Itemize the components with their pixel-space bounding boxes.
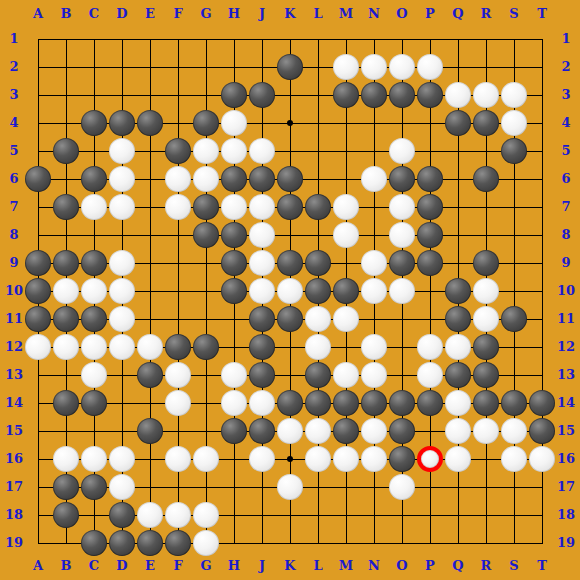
row-label-left: 9 [5, 255, 23, 271]
stone-white-E12 [137, 334, 163, 360]
stone-black-H3 [221, 82, 247, 108]
stone-white-M2 [333, 54, 359, 80]
stone-white-P16-last-move-marker [417, 446, 443, 472]
stone-black-G7 [193, 194, 219, 220]
row-label-left: 5 [5, 143, 23, 159]
row-label-right: 16 [557, 451, 575, 467]
stone-white-J5 [249, 138, 275, 164]
goban[interactable] [24, 25, 556, 557]
column-label-top: Q [449, 6, 467, 22]
stone-black-L7 [305, 194, 331, 220]
stone-black-M3 [333, 82, 359, 108]
stone-black-B14 [53, 390, 79, 416]
row-label-right: 19 [557, 535, 575, 551]
stone-white-H13 [221, 362, 247, 388]
stone-white-F7 [165, 194, 191, 220]
row-label-left: 8 [5, 227, 23, 243]
stone-white-H4 [221, 110, 247, 136]
stone-black-L10 [305, 278, 331, 304]
stone-black-K9 [277, 250, 303, 276]
stone-black-Q11 [445, 306, 471, 332]
row-label-right: 8 [557, 227, 575, 243]
column-label-bottom: S [505, 558, 523, 574]
stone-white-J7 [249, 194, 275, 220]
stone-white-G5 [193, 138, 219, 164]
column-label-top: C [85, 6, 103, 22]
stone-black-R6 [473, 166, 499, 192]
stone-white-D12 [109, 334, 135, 360]
column-label-bottom: B [57, 558, 75, 574]
row-label-right: 2 [557, 59, 575, 75]
go-board-screenshot: ABCDEFGHJKLMNOPQRST ABCDEFGHJKLMNOPQRST … [0, 0, 580, 580]
stone-black-N3 [361, 82, 387, 108]
stone-black-P8 [417, 222, 443, 248]
stone-black-M15 [333, 418, 359, 444]
column-label-top: G [197, 6, 215, 22]
stone-white-R11 [473, 306, 499, 332]
row-label-left: 12 [5, 339, 23, 355]
stone-black-K11 [277, 306, 303, 332]
stone-white-D7 [109, 194, 135, 220]
stone-black-C4 [81, 110, 107, 136]
stone-white-N2 [361, 54, 387, 80]
stone-black-H8 [221, 222, 247, 248]
column-label-bottom: T [533, 558, 551, 574]
column-label-top: D [113, 6, 131, 22]
column-label-top: N [365, 6, 383, 22]
stone-white-D16 [109, 446, 135, 472]
stone-white-M16 [333, 446, 359, 472]
stone-black-D4 [109, 110, 135, 136]
column-label-top: F [169, 6, 187, 22]
row-label-right: 13 [557, 367, 575, 383]
row-label-right: 17 [557, 479, 575, 495]
stone-white-H14 [221, 390, 247, 416]
stone-black-O15 [389, 418, 415, 444]
stone-black-E19 [137, 530, 163, 556]
stone-white-P2 [417, 54, 443, 80]
column-label-top: A [29, 6, 47, 22]
stone-black-C19 [81, 530, 107, 556]
stone-white-K15 [277, 418, 303, 444]
column-label-top: S [505, 6, 523, 22]
stone-white-F14 [165, 390, 191, 416]
stone-white-G19 [193, 530, 219, 556]
row-label-left: 15 [5, 423, 23, 439]
stone-black-P7 [417, 194, 443, 220]
stone-white-N16 [361, 446, 387, 472]
stone-white-N15 [361, 418, 387, 444]
stone-black-K7 [277, 194, 303, 220]
stone-black-G4 [193, 110, 219, 136]
row-label-left: 18 [5, 507, 23, 523]
stone-white-N6 [361, 166, 387, 192]
stone-black-R9 [473, 250, 499, 276]
stone-black-C9 [81, 250, 107, 276]
stone-black-L9 [305, 250, 331, 276]
stone-white-M7 [333, 194, 359, 220]
stone-white-O5 [389, 138, 415, 164]
stone-white-N13 [361, 362, 387, 388]
column-label-bottom: C [85, 558, 103, 574]
stone-black-O6 [389, 166, 415, 192]
stone-black-C14 [81, 390, 107, 416]
column-label-bottom: O [393, 558, 411, 574]
stone-black-A9 [25, 250, 51, 276]
stone-white-B10 [53, 278, 79, 304]
stone-black-J3 [249, 82, 275, 108]
stone-white-C12 [81, 334, 107, 360]
row-label-left: 11 [5, 311, 23, 327]
stone-black-M10 [333, 278, 359, 304]
stone-black-F12 [165, 334, 191, 360]
stone-black-E15 [137, 418, 163, 444]
stone-white-O10 [389, 278, 415, 304]
stone-black-L14 [305, 390, 331, 416]
row-label-right: 14 [557, 395, 575, 411]
stone-white-S3 [501, 82, 527, 108]
stone-black-B18 [53, 502, 79, 528]
stone-black-P3 [417, 82, 443, 108]
stone-black-B17 [53, 474, 79, 500]
row-label-right: 15 [557, 423, 575, 439]
stone-black-K14 [277, 390, 303, 416]
column-label-top: T [533, 6, 551, 22]
stone-white-J8 [249, 222, 275, 248]
row-label-right: 5 [557, 143, 575, 159]
column-label-bottom: A [29, 558, 47, 574]
stone-white-L16 [305, 446, 331, 472]
stone-black-H10 [221, 278, 247, 304]
stone-white-G6 [193, 166, 219, 192]
row-label-right: 12 [557, 339, 575, 355]
stone-black-A11 [25, 306, 51, 332]
stone-black-B9 [53, 250, 79, 276]
column-label-bottom: G [197, 558, 215, 574]
stone-black-J11 [249, 306, 275, 332]
stone-white-N9 [361, 250, 387, 276]
column-label-bottom: P [421, 558, 439, 574]
row-label-left: 7 [5, 199, 23, 215]
column-label-bottom: M [337, 558, 355, 574]
stone-white-K17 [277, 474, 303, 500]
stone-white-B12 [53, 334, 79, 360]
stone-black-H15 [221, 418, 247, 444]
stone-black-O14 [389, 390, 415, 416]
stone-white-Q15 [445, 418, 471, 444]
stone-black-H9 [221, 250, 247, 276]
row-label-right: 7 [557, 199, 575, 215]
stone-white-R10 [473, 278, 499, 304]
stone-black-O9 [389, 250, 415, 276]
stone-black-G12 [193, 334, 219, 360]
stone-white-Q12 [445, 334, 471, 360]
stone-white-B16 [53, 446, 79, 472]
stone-black-J6 [249, 166, 275, 192]
stone-white-K10 [277, 278, 303, 304]
column-label-top: B [57, 6, 75, 22]
stone-white-H7 [221, 194, 247, 220]
stone-black-D18 [109, 502, 135, 528]
column-label-top: L [309, 6, 327, 22]
stone-white-S16 [501, 446, 527, 472]
stone-black-L13 [305, 362, 331, 388]
stone-white-T16 [529, 446, 555, 472]
star-point [287, 456, 293, 462]
column-label-top: O [393, 6, 411, 22]
stone-black-N14 [361, 390, 387, 416]
stone-black-K6 [277, 166, 303, 192]
stone-black-R14 [473, 390, 499, 416]
star-point [287, 120, 293, 126]
stone-white-F13 [165, 362, 191, 388]
stone-white-S15 [501, 418, 527, 444]
stone-black-C6 [81, 166, 107, 192]
row-label-left: 17 [5, 479, 23, 495]
stone-white-J10 [249, 278, 275, 304]
stone-black-J12 [249, 334, 275, 360]
stone-black-D19 [109, 530, 135, 556]
stone-black-H6 [221, 166, 247, 192]
stone-black-J15 [249, 418, 275, 444]
column-label-bottom: D [113, 558, 131, 574]
stone-white-L11 [305, 306, 331, 332]
stone-white-P12 [417, 334, 443, 360]
stone-white-F6 [165, 166, 191, 192]
stone-black-B7 [53, 194, 79, 220]
stone-white-L12 [305, 334, 331, 360]
stone-white-J16 [249, 446, 275, 472]
stone-white-M8 [333, 222, 359, 248]
stone-white-M11 [333, 306, 359, 332]
column-label-bottom: K [281, 558, 299, 574]
stone-black-K2 [277, 54, 303, 80]
stone-black-R12 [473, 334, 499, 360]
stone-white-O8 [389, 222, 415, 248]
stone-black-P9 [417, 250, 443, 276]
stone-black-A10 [25, 278, 51, 304]
stone-white-J14 [249, 390, 275, 416]
stone-white-Q14 [445, 390, 471, 416]
stone-white-N10 [361, 278, 387, 304]
stone-black-B11 [53, 306, 79, 332]
stone-black-Q13 [445, 362, 471, 388]
row-label-left: 1 [5, 31, 23, 47]
stone-white-C13 [81, 362, 107, 388]
stone-black-T15 [529, 418, 555, 444]
stone-white-E18 [137, 502, 163, 528]
row-label-left: 19 [5, 535, 23, 551]
stone-black-R13 [473, 362, 499, 388]
stone-black-C17 [81, 474, 107, 500]
stone-black-T14 [529, 390, 555, 416]
stone-white-G16 [193, 446, 219, 472]
stone-white-O7 [389, 194, 415, 220]
stone-white-O17 [389, 474, 415, 500]
stone-white-D9 [109, 250, 135, 276]
stone-black-R4 [473, 110, 499, 136]
column-label-bottom: F [169, 558, 187, 574]
stone-white-R3 [473, 82, 499, 108]
stone-white-C10 [81, 278, 107, 304]
stone-black-C11 [81, 306, 107, 332]
stone-white-D10 [109, 278, 135, 304]
column-label-top: J [253, 6, 271, 22]
row-label-right: 1 [557, 31, 575, 47]
stone-white-M13 [333, 362, 359, 388]
stone-white-L15 [305, 418, 331, 444]
stone-white-O2 [389, 54, 415, 80]
row-label-left: 3 [5, 87, 23, 103]
row-label-left: 16 [5, 451, 23, 467]
stone-white-N12 [361, 334, 387, 360]
stone-black-S14 [501, 390, 527, 416]
stone-black-S5 [501, 138, 527, 164]
stone-white-P13 [417, 362, 443, 388]
row-label-right: 9 [557, 255, 575, 271]
stone-black-M14 [333, 390, 359, 416]
stone-white-Q16 [445, 446, 471, 472]
stone-white-D11 [109, 306, 135, 332]
stone-black-E4 [137, 110, 163, 136]
stone-black-O16 [389, 446, 415, 472]
stone-black-Q10 [445, 278, 471, 304]
stone-white-F18 [165, 502, 191, 528]
stone-black-F5 [165, 138, 191, 164]
stone-black-A6 [25, 166, 51, 192]
stone-black-O3 [389, 82, 415, 108]
stone-black-J13 [249, 362, 275, 388]
column-label-top: R [477, 6, 495, 22]
stone-black-B5 [53, 138, 79, 164]
column-label-top: M [337, 6, 355, 22]
column-label-bottom: E [141, 558, 159, 574]
column-label-top: P [421, 6, 439, 22]
row-label-right: 10 [557, 283, 575, 299]
column-label-bottom: R [477, 558, 495, 574]
row-label-left: 4 [5, 115, 23, 131]
stone-black-F19 [165, 530, 191, 556]
stone-white-D6 [109, 166, 135, 192]
row-label-left: 10 [5, 283, 23, 299]
column-label-bottom: H [225, 558, 243, 574]
stone-white-A12 [25, 334, 51, 360]
stone-white-D5 [109, 138, 135, 164]
stone-black-P14 [417, 390, 443, 416]
stone-black-E13 [137, 362, 163, 388]
column-label-top: H [225, 6, 243, 22]
row-label-right: 11 [557, 311, 575, 327]
row-label-right: 6 [557, 171, 575, 187]
column-label-bottom: J [253, 558, 271, 574]
stone-white-C16 [81, 446, 107, 472]
stone-white-Q3 [445, 82, 471, 108]
column-label-bottom: Q [449, 558, 467, 574]
stone-white-J9 [249, 250, 275, 276]
column-label-bottom: N [365, 558, 383, 574]
stone-white-F16 [165, 446, 191, 472]
row-label-left: 13 [5, 367, 23, 383]
column-label-top: E [141, 6, 159, 22]
stone-black-P6 [417, 166, 443, 192]
stone-black-G8 [193, 222, 219, 248]
stone-white-H5 [221, 138, 247, 164]
stone-black-S11 [501, 306, 527, 332]
stone-white-R15 [473, 418, 499, 444]
row-label-right: 3 [557, 87, 575, 103]
stone-white-D17 [109, 474, 135, 500]
row-label-left: 6 [5, 171, 23, 187]
column-label-top: K [281, 6, 299, 22]
stone-white-S4 [501, 110, 527, 136]
row-label-left: 2 [5, 59, 23, 75]
stone-white-G18 [193, 502, 219, 528]
stone-white-C7 [81, 194, 107, 220]
stone-black-Q4 [445, 110, 471, 136]
row-label-right: 4 [557, 115, 575, 131]
row-label-right: 18 [557, 507, 575, 523]
row-label-left: 14 [5, 395, 23, 411]
column-label-bottom: L [309, 558, 327, 574]
